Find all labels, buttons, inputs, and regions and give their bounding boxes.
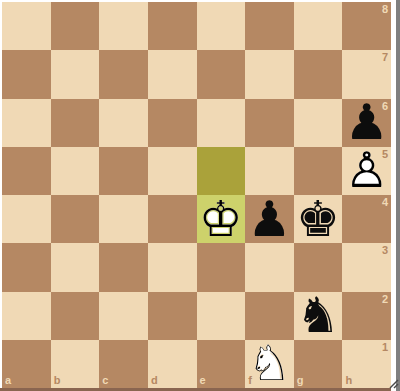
square-h7[interactable]: 7 <box>342 50 391 98</box>
square-d1[interactable]: d <box>148 340 197 388</box>
square-g6[interactable] <box>294 99 343 147</box>
square-g4[interactable]: ♚ <box>294 195 343 243</box>
file-label-b: b <box>54 375 61 386</box>
resize-handle-icon[interactable] <box>387 377 399 389</box>
black-pawn[interactable]: ♟ <box>342 99 391 147</box>
square-a4[interactable] <box>2 195 51 243</box>
square-g1[interactable]: g <box>294 340 343 388</box>
square-d3[interactable] <box>148 243 197 291</box>
square-f4[interactable]: ♟ <box>245 195 294 243</box>
square-a1[interactable]: a <box>2 340 51 388</box>
square-f3[interactable] <box>245 243 294 291</box>
rank-label-3: 3 <box>382 245 388 256</box>
square-f5[interactable] <box>245 147 294 195</box>
square-d7[interactable] <box>148 50 197 98</box>
square-a5[interactable] <box>2 147 51 195</box>
rank-label-7: 7 <box>382 52 388 63</box>
pawn-glyph-outline: ♙ <box>342 147 391 195</box>
square-g8[interactable] <box>294 2 343 50</box>
square-g3[interactable] <box>294 243 343 291</box>
square-c2[interactable] <box>99 292 148 340</box>
square-a6[interactable] <box>2 99 51 147</box>
square-b5[interactable] <box>51 147 100 195</box>
square-e8[interactable] <box>197 2 246 50</box>
white-king[interactable]: ♚♔ <box>197 195 246 243</box>
square-e6[interactable] <box>197 99 246 147</box>
file-label-c: c <box>102 375 108 386</box>
square-c7[interactable] <box>99 50 148 98</box>
square-f6[interactable] <box>245 99 294 147</box>
square-a7[interactable] <box>2 50 51 98</box>
black-king[interactable]: ♚ <box>294 195 343 243</box>
square-h1[interactable]: 1h <box>342 340 391 388</box>
square-f8[interactable] <box>245 2 294 50</box>
square-h4[interactable]: 4 <box>342 195 391 243</box>
square-e3[interactable] <box>197 243 246 291</box>
square-c8[interactable] <box>99 2 148 50</box>
square-f1[interactable]: f♞♘ <box>245 340 294 388</box>
square-b7[interactable] <box>51 50 100 98</box>
king-glyph-outline: ♔ <box>197 195 246 243</box>
black-pawn[interactable]: ♟ <box>245 195 294 243</box>
square-b8[interactable] <box>51 2 100 50</box>
pawn-glyph: ♟ <box>342 99 391 147</box>
file-label-d: d <box>151 375 158 386</box>
file-label-g: g <box>297 375 304 386</box>
king-glyph: ♚ <box>294 195 343 243</box>
square-a8[interactable] <box>2 2 51 50</box>
square-h5[interactable]: 5♟♙ <box>342 147 391 195</box>
square-c3[interactable] <box>99 243 148 291</box>
file-label-a: a <box>5 375 11 386</box>
square-a2[interactable] <box>2 292 51 340</box>
knight-glyph: ♞ <box>294 292 343 340</box>
square-e2[interactable] <box>197 292 246 340</box>
square-b6[interactable] <box>51 99 100 147</box>
square-e7[interactable] <box>197 50 246 98</box>
white-pawn[interactable]: ♟♙ <box>342 147 391 195</box>
square-c6[interactable] <box>99 99 148 147</box>
square-h2[interactable]: 2 <box>342 292 391 340</box>
square-d5[interactable] <box>148 147 197 195</box>
knight-glyph-outline: ♘ <box>245 340 294 388</box>
square-c1[interactable]: c <box>99 340 148 388</box>
square-f7[interactable] <box>245 50 294 98</box>
square-h6[interactable]: 6♟ <box>342 99 391 147</box>
square-g7[interactable] <box>294 50 343 98</box>
square-c4[interactable] <box>99 195 148 243</box>
square-h3[interactable]: 3 <box>342 243 391 291</box>
scrollbar[interactable] <box>396 0 400 391</box>
square-d6[interactable] <box>148 99 197 147</box>
rank-label-4: 4 <box>382 197 388 208</box>
square-c5[interactable] <box>99 147 148 195</box>
square-g5[interactable] <box>294 147 343 195</box>
pawn-glyph: ♟ <box>245 195 294 243</box>
square-b3[interactable] <box>51 243 100 291</box>
square-d8[interactable] <box>148 2 197 50</box>
square-b1[interactable]: b <box>51 340 100 388</box>
white-knight[interactable]: ♞♘ <box>245 340 294 388</box>
square-f2[interactable] <box>245 292 294 340</box>
square-b4[interactable] <box>51 195 100 243</box>
square-g2[interactable]: ♞ <box>294 292 343 340</box>
rank-label-1: 1 <box>382 342 388 353</box>
rank-label-2: 2 <box>382 294 388 305</box>
square-e5[interactable] <box>197 147 246 195</box>
black-knight[interactable]: ♞ <box>294 292 343 340</box>
file-label-h: h <box>345 375 352 386</box>
square-e4[interactable]: ♚♔ <box>197 195 246 243</box>
square-d2[interactable] <box>148 292 197 340</box>
square-h8[interactable]: 8 <box>342 2 391 50</box>
rank-label-8: 8 <box>382 4 388 15</box>
square-d4[interactable] <box>148 195 197 243</box>
square-b2[interactable] <box>51 292 100 340</box>
chess-board: 876♟5♟♙♚♔♟♚43♞2abcdef♞♘g1h <box>2 2 391 388</box>
file-label-e: e <box>200 375 206 386</box>
square-a3[interactable] <box>2 243 51 291</box>
square-e1[interactable]: e <box>197 340 246 388</box>
